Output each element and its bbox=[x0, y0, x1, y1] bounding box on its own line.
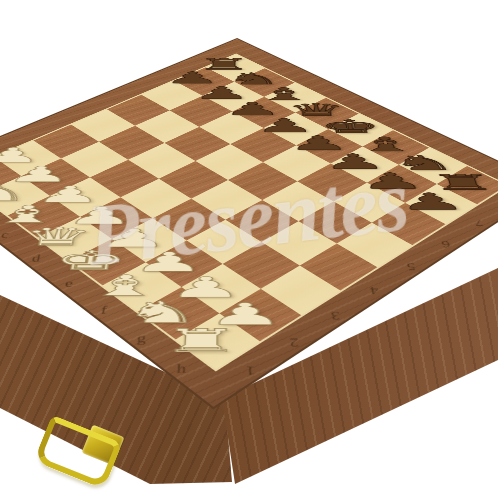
file-label-c: c bbox=[0, 230, 10, 241]
rank-label-1: 1 bbox=[246, 363, 256, 378]
rank-label-4: 4 bbox=[369, 284, 380, 296]
rank-label-7: 7 bbox=[473, 218, 484, 228]
rank-label-6: 6 bbox=[440, 239, 451, 250]
file-label-e: e bbox=[64, 278, 74, 290]
rank-label-2: 2 bbox=[289, 335, 299, 349]
file-label-f: f bbox=[100, 304, 108, 317]
piece-glyph: ♟ bbox=[395, 190, 468, 213]
rank-label-3: 3 bbox=[330, 309, 340, 322]
rank-label-5: 5 bbox=[406, 261, 417, 273]
file-label-h: h bbox=[176, 362, 186, 377]
product-photo-scene: abcdefgh12345678♜♞♝♛♚♝♞♜♟♟♟♟♟♟♟♟♟♟♟♟♟♟♟♟… bbox=[0, 0, 498, 500]
piece-glyph: ♜ bbox=[160, 325, 241, 357]
file-label-g: g bbox=[136, 332, 146, 346]
file-label-d: d bbox=[31, 253, 42, 264]
